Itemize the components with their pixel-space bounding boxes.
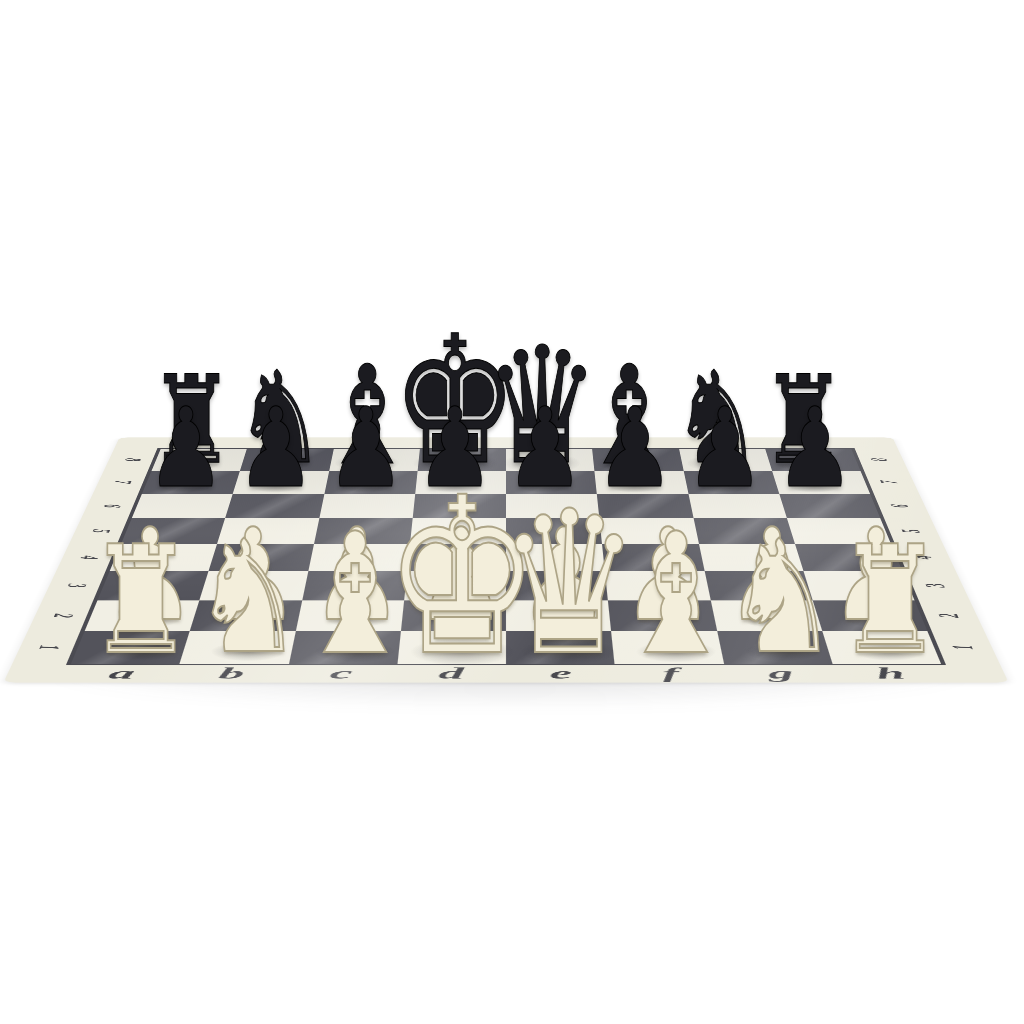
product-photo: abcdefgh 87654321 87654321 ♜♞♝♚♛♝♞♜♟♟♟♟♟… [0, 0, 1024, 1024]
piece-black-pawn-g7[interactable]: ♟ [685, 392, 764, 502]
piece-black-pawn-a7[interactable]: ♟ [147, 392, 226, 502]
piece-white-rook-a1[interactable]: ♜ [87, 525, 194, 674]
piece-white-bishop-f1[interactable]: ♝ [616, 510, 736, 677]
piece-black-pawn-b7[interactable]: ♟ [236, 392, 315, 502]
pieces-layer: ♜♞♝♚♛♝♞♜♟♟♟♟♟♟♟♟♟♟♟♟♟♟♟♟♜♞♝♚♛♝♞♜ [0, 0, 1024, 1024]
piece-white-rook-h1[interactable]: ♜ [837, 525, 944, 674]
piece-black-pawn-h7[interactable]: ♟ [775, 392, 854, 502]
piece-white-knight-g1[interactable]: ♞ [727, 520, 839, 676]
rank-label-right-7: 7 [842, 476, 937, 488]
piece-white-knight-b1[interactable]: ♞ [192, 520, 304, 676]
